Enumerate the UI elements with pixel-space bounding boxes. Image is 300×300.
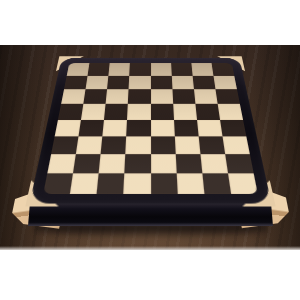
square-b6 <box>83 89 107 104</box>
board-grid <box>43 63 258 194</box>
square-b7 <box>86 76 109 90</box>
square-g5 <box>195 104 220 120</box>
square-e3 <box>151 136 176 154</box>
square-c2 <box>99 154 126 173</box>
square-d4 <box>127 120 151 137</box>
square-e5 <box>151 104 174 120</box>
square-f4 <box>174 120 199 137</box>
square-c6 <box>106 89 129 104</box>
square-a1 <box>43 173 73 194</box>
square-d6 <box>128 89 150 104</box>
square-g4 <box>197 120 223 137</box>
square-d5 <box>127 104 150 120</box>
square-d8 <box>130 63 151 76</box>
square-a7 <box>64 76 88 90</box>
square-g1 <box>202 173 231 194</box>
square-g7 <box>192 76 215 90</box>
board-front-edge <box>28 203 273 226</box>
square-e8 <box>151 63 172 76</box>
square-f8 <box>171 63 193 76</box>
board-edge-shadow <box>34 225 268 236</box>
square-a5 <box>58 104 83 120</box>
square-g6 <box>194 89 218 104</box>
square-h7 <box>213 76 237 90</box>
square-d3 <box>126 136 151 154</box>
square-d2 <box>125 154 151 173</box>
square-a6 <box>61 89 86 104</box>
square-e2 <box>151 154 177 173</box>
square-c7 <box>107 76 129 90</box>
square-f1 <box>176 173 204 194</box>
square-g8 <box>191 63 213 76</box>
square-a4 <box>55 120 81 137</box>
square-c3 <box>101 136 127 154</box>
square-c1 <box>97 173 125 194</box>
chess-board <box>29 58 271 204</box>
square-c5 <box>104 104 128 120</box>
square-h5 <box>218 104 243 120</box>
square-f3 <box>174 136 200 154</box>
square-a2 <box>47 154 76 173</box>
square-c8 <box>109 63 131 76</box>
square-h3 <box>222 136 250 154</box>
square-b5 <box>81 104 106 120</box>
square-b3 <box>76 136 103 154</box>
square-h8 <box>211 63 234 76</box>
square-f2 <box>175 154 202 173</box>
square-h4 <box>220 120 246 137</box>
square-b1 <box>70 173 99 194</box>
square-g2 <box>200 154 228 173</box>
square-d7 <box>129 76 151 90</box>
square-c4 <box>103 120 128 137</box>
square-b8 <box>88 63 110 76</box>
product-photo <box>0 0 300 300</box>
square-f6 <box>172 89 195 104</box>
square-e7 <box>151 76 173 90</box>
square-a3 <box>51 136 79 154</box>
square-h2 <box>225 154 254 173</box>
square-b4 <box>79 120 105 137</box>
square-d1 <box>124 173 151 194</box>
square-b2 <box>73 154 101 173</box>
square-e1 <box>151 173 178 194</box>
square-g3 <box>198 136 225 154</box>
square-e6 <box>151 89 173 104</box>
table-surface <box>0 45 300 250</box>
square-f5 <box>173 104 197 120</box>
square-f7 <box>171 76 193 90</box>
square-a8 <box>67 63 90 76</box>
square-e4 <box>151 120 175 137</box>
square-h6 <box>215 89 240 104</box>
square-h1 <box>228 173 258 194</box>
